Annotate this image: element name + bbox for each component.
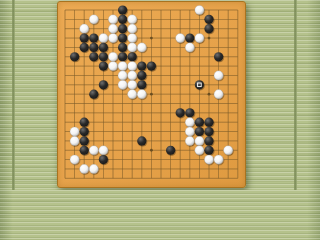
- go-board[interactable]: [57, 1, 246, 188]
- stone-white[interactable]: [224, 146, 233, 155]
- stone-black[interactable]: [80, 136, 89, 145]
- stone-white[interactable]: [195, 146, 204, 155]
- tatami-seam-left: [12, 0, 15, 190]
- stone-white[interactable]: [108, 62, 117, 71]
- stone-black[interactable]: [80, 146, 89, 155]
- board-grid: [58, 2, 247, 189]
- stone-white[interactable]: [89, 164, 98, 173]
- stone-white[interactable]: [70, 136, 79, 145]
- stone-black[interactable]: [80, 43, 89, 52]
- stone-white[interactable]: [195, 136, 204, 145]
- stone-white[interactable]: [128, 71, 137, 80]
- stone-black[interactable]: [80, 118, 89, 127]
- stone-white[interactable]: [128, 62, 137, 71]
- stone-white[interactable]: [176, 33, 185, 42]
- stone-white[interactable]: [70, 127, 79, 136]
- hoshi-point: [150, 37, 153, 40]
- stone-white[interactable]: [108, 33, 117, 42]
- hoshi-point: [150, 93, 153, 96]
- stone-black[interactable]: [185, 33, 194, 42]
- stone-black[interactable]: [176, 108, 185, 117]
- stone-black[interactable]: [80, 127, 89, 136]
- stone-white[interactable]: [185, 127, 194, 136]
- stone-white[interactable]: [80, 24, 89, 33]
- stone-black[interactable]: [99, 80, 108, 89]
- stone-black[interactable]: [204, 127, 213, 136]
- stone-white[interactable]: [204, 155, 213, 164]
- stone-black[interactable]: [70, 52, 79, 61]
- stone-black[interactable]: [195, 127, 204, 136]
- stone-black[interactable]: [89, 90, 98, 99]
- hoshi-point: [208, 37, 211, 40]
- stone-black[interactable]: [137, 80, 146, 89]
- tatami-seam-right: [294, 0, 297, 190]
- stone-black[interactable]: [204, 24, 213, 33]
- stone-white[interactable]: [108, 24, 117, 33]
- stone-black[interactable]: [128, 52, 137, 61]
- stone-white[interactable]: [214, 155, 223, 164]
- stone-white[interactable]: [195, 33, 204, 42]
- stone-black[interactable]: [99, 62, 108, 71]
- stone-white[interactable]: [128, 24, 137, 33]
- stone-white[interactable]: [214, 90, 223, 99]
- stone-black[interactable]: [99, 52, 108, 61]
- stone-white[interactable]: [195, 5, 204, 14]
- stone-white[interactable]: [99, 33, 108, 42]
- stone-black[interactable]: [99, 155, 108, 164]
- stone-white[interactable]: [185, 136, 194, 145]
- stone-black[interactable]: [118, 52, 127, 61]
- stone-black[interactable]: [118, 43, 127, 52]
- stone-white[interactable]: [128, 15, 137, 24]
- stone-white[interactable]: [70, 155, 79, 164]
- stone-black[interactable]: [137, 71, 146, 80]
- stone-white[interactable]: [128, 33, 137, 42]
- stone-black[interactable]: [195, 80, 204, 89]
- stone-white[interactable]: [118, 71, 127, 80]
- stone-white[interactable]: [118, 80, 127, 89]
- stone-black[interactable]: [204, 136, 213, 145]
- stone-black[interactable]: [204, 15, 213, 24]
- stone-white[interactable]: [185, 118, 194, 127]
- stone-black[interactable]: [166, 146, 175, 155]
- stone-black[interactable]: [204, 118, 213, 127]
- stone-black[interactable]: [147, 62, 156, 71]
- stone-white[interactable]: [128, 43, 137, 52]
- stone-black[interactable]: [89, 33, 98, 42]
- stone-black[interactable]: [214, 52, 223, 61]
- stone-black[interactable]: [204, 146, 213, 155]
- stone-white[interactable]: [80, 164, 89, 173]
- stone-white[interactable]: [99, 146, 108, 155]
- stone-white[interactable]: [128, 90, 137, 99]
- stone-white[interactable]: [185, 43, 194, 52]
- stone-white[interactable]: [137, 43, 146, 52]
- stone-white[interactable]: [118, 62, 127, 71]
- stone-white[interactable]: [89, 15, 98, 24]
- hoshi-point: [208, 93, 211, 96]
- stone-black[interactable]: [118, 15, 127, 24]
- stone-black[interactable]: [185, 108, 194, 117]
- stone-black[interactable]: [89, 52, 98, 61]
- stone-black[interactable]: [89, 43, 98, 52]
- stone-black[interactable]: [195, 118, 204, 127]
- stone-white[interactable]: [128, 80, 137, 89]
- stone-black[interactable]: [118, 33, 127, 42]
- stone-white[interactable]: [137, 90, 146, 99]
- stone-white[interactable]: [108, 15, 117, 24]
- stone-black[interactable]: [118, 24, 127, 33]
- stone-white[interactable]: [214, 71, 223, 80]
- stone-black[interactable]: [118, 5, 127, 14]
- hoshi-point: [150, 149, 153, 152]
- stone-black[interactable]: [99, 43, 108, 52]
- stone-white[interactable]: [89, 146, 98, 155]
- stone-black[interactable]: [80, 33, 89, 42]
- stone-black[interactable]: [137, 62, 146, 71]
- stone-white[interactable]: [108, 52, 117, 61]
- screenshot-root: { "game": "go", "board": { "size": 19, "…: [0, 0, 304, 190]
- stone-black[interactable]: [137, 136, 146, 145]
